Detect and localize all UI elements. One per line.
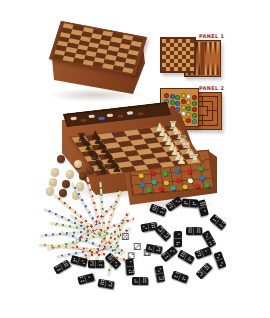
goose-cell-dot	[186, 94, 191, 99]
domino-half: ⠿	[186, 227, 194, 235]
morris-line-right	[206, 110, 217, 111]
domino-tile: ⠿⠢	[105, 253, 122, 270]
domino-half: ⠽	[88, 260, 96, 268]
stored-piece	[88, 115, 95, 119]
domino-tile: ⠿⠽	[97, 279, 114, 290]
checker-piece	[46, 187, 54, 195]
domino-half: ⠭	[96, 260, 104, 268]
domino-half: ⠽	[105, 280, 114, 289]
goose-cell-dot	[186, 106, 191, 111]
domino-tile: ⠂⠦	[174, 231, 182, 247]
goose-cell-dot	[186, 112, 191, 117]
goose-cell-dot	[175, 101, 180, 106]
domino-tile: ⠽⠭	[88, 260, 104, 268]
domino-half: ⠂	[199, 207, 209, 217]
drawer-pawn	[182, 184, 188, 189]
goose-cell-dot	[186, 118, 191, 123]
domino-tile: ⠭⠭	[209, 214, 226, 230]
domino-tile: ⠿⠦	[177, 250, 195, 265]
backgammon-bar	[201, 42, 205, 75]
goose-cell-dot	[192, 119, 197, 124]
domino-half: ⠂	[174, 231, 182, 239]
checker-piece	[74, 160, 82, 168]
domino-tile: ⠿⠿	[186, 227, 202, 235]
domino-half: ⠂	[85, 273, 95, 283]
domino-half: ⠽	[126, 267, 135, 276]
domino-tile: ⠭⠿	[53, 260, 71, 275]
checker-piece	[66, 170, 74, 178]
domino-tile: ⠭⠦	[171, 271, 189, 284]
drawer-pawn	[175, 178, 181, 183]
mini-chessboard	[160, 37, 196, 73]
drawer-pawn	[204, 183, 210, 188]
drawer-pawn	[146, 188, 152, 193]
board-cell: ♜	[185, 158, 201, 164]
domino-tile: ⠦⠦	[182, 198, 199, 207]
domino-half: ⠦	[179, 273, 189, 283]
domino-half: ⠂	[202, 247, 212, 257]
board-cell	[190, 67, 194, 71]
domino-tile: ⠂⠽	[125, 259, 134, 276]
drawer-pawn	[198, 166, 204, 171]
goose-cell-dot	[192, 107, 197, 112]
checker-piece	[59, 189, 67, 197]
domino-half: ⠢	[78, 257, 88, 267]
drawer-pawn	[151, 180, 157, 185]
goose-cell-dot	[192, 95, 197, 100]
domino-half: ⠿	[140, 277, 148, 285]
checker-piece	[86, 166, 94, 174]
panel-2-label: PANEL 2	[199, 85, 224, 91]
goose-cell-dot	[186, 100, 191, 105]
checker-piece	[51, 168, 59, 176]
domino-half: ⠦	[132, 277, 140, 285]
domino-half: ⠽	[153, 245, 162, 254]
drawer-pawn	[186, 169, 192, 174]
domino-half: ⠦	[174, 239, 182, 247]
domino-tile: ⠽⠿	[196, 263, 213, 280]
stored-piece	[127, 111, 134, 115]
goose-cell-dot	[192, 113, 197, 118]
morris-line-bottom	[202, 114, 203, 125]
domino-tile: ⠽⠂	[194, 247, 212, 260]
drawer-pawn	[199, 176, 205, 181]
drawer-pawn	[150, 170, 156, 175]
board-cell	[122, 67, 133, 73]
drawer-pawn	[158, 187, 164, 192]
die: ⚄	[121, 233, 129, 242]
domino-tile: ⠢⠢	[214, 251, 227, 269]
domino-tile: ⠦⠿	[132, 277, 148, 285]
goose-cell-dot	[192, 101, 197, 106]
stored-piece	[107, 113, 114, 117]
panel-1-label: PANEL 1	[199, 33, 224, 39]
drawer-pawn	[188, 178, 194, 183]
stored-piece	[117, 114, 124, 118]
drawer-pawn	[174, 168, 180, 173]
domino-tile: ⠢⠽	[155, 265, 166, 282]
goose-cell-dot	[164, 93, 169, 98]
domino-half: ⠽	[156, 273, 165, 282]
domino-tile: ⠽⠽	[155, 225, 172, 242]
stored-piece	[98, 117, 105, 121]
stored-piece	[80, 119, 87, 123]
domino-half: ⠭	[157, 206, 167, 216]
stored-piece	[70, 117, 77, 121]
domino-tile: ⠭⠢	[160, 246, 177, 262]
domino-half: ⠢	[216, 259, 226, 269]
goose-cell-dot	[175, 95, 180, 100]
checker-piece	[49, 178, 57, 186]
domino-half: ⠦	[184, 254, 195, 265]
drawer-pawn	[140, 183, 146, 188]
checker-piece	[57, 155, 65, 163]
checker-piece	[62, 180, 70, 188]
product-photo-wooden-game-compendium: PANEL 1 PANEL 2 ♜♟♟♜♞♟♟♞♝♟♟♝♛♟♟♛♚♟♟♚♝♟♟♝…	[0, 0, 270, 318]
morris-inner-square	[198, 106, 208, 116]
domino-tile: ⠭⠂	[77, 273, 95, 285]
drawer-pawn	[164, 181, 170, 186]
drawer-pawn	[138, 173, 144, 178]
morris-line-top	[202, 96, 203, 107]
drawer-pawn	[194, 183, 200, 188]
drawer-pawn	[162, 171, 168, 176]
drawer-pawn	[170, 186, 176, 191]
stored-piece	[137, 112, 144, 116]
